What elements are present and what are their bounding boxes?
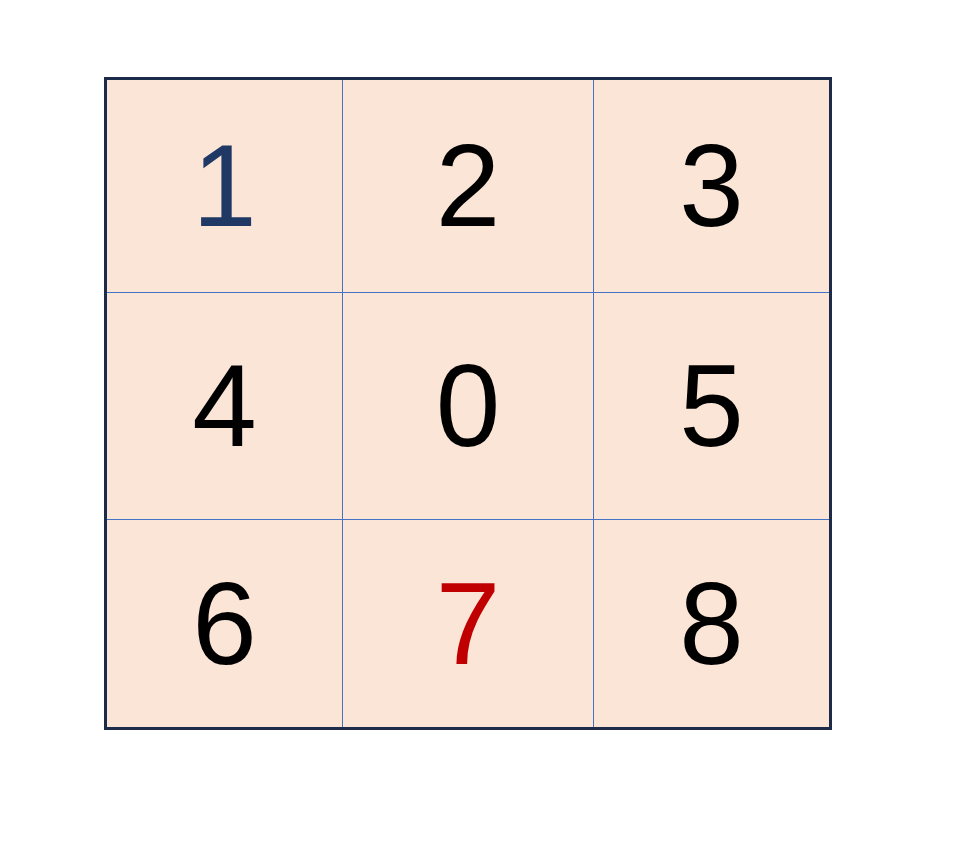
tile-number: 5 <box>679 348 744 464</box>
cell-r2c0: 6 <box>107 520 343 727</box>
cell-r1c2: 5 <box>594 293 829 520</box>
cell-r1c1: 0 <box>343 293 594 520</box>
tile-number: 8 <box>679 566 744 682</box>
cell-r0c1: 2 <box>343 80 594 293</box>
page: 1 2 3 4 0 5 6 7 8 <box>0 0 965 848</box>
cell-r0c2: 3 <box>594 80 829 293</box>
tile-number: 1 <box>192 128 257 244</box>
cell-r1c0: 4 <box>107 293 343 520</box>
tile-number: 6 <box>192 566 257 682</box>
cell-r2c1: 7 <box>343 520 594 727</box>
tile-number: 0 <box>436 348 501 464</box>
tile-number: 2 <box>436 128 501 244</box>
puzzle-board: 1 2 3 4 0 5 6 7 8 <box>104 77 832 730</box>
cell-r0c0: 1 <box>107 80 343 293</box>
tile-number: 7 <box>436 566 501 682</box>
tile-number: 3 <box>679 128 744 244</box>
cell-r2c2: 8 <box>594 520 829 727</box>
tile-number: 4 <box>192 348 257 464</box>
